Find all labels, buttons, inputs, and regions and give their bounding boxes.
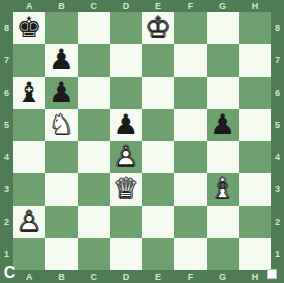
square-d1[interactable] bbox=[110, 238, 142, 270]
black-pawn[interactable]: ♟ bbox=[45, 77, 77, 109]
square-e5[interactable] bbox=[142, 109, 174, 141]
file-label: H bbox=[239, 0, 271, 12]
rank-label: 8 bbox=[0, 12, 13, 44]
rank-label: 4 bbox=[0, 141, 13, 173]
square-b3[interactable] bbox=[45, 173, 77, 205]
rank-label: 3 bbox=[271, 173, 284, 205]
square-f6[interactable] bbox=[174, 77, 206, 109]
square-a4[interactable] bbox=[13, 141, 45, 173]
square-b7[interactable]: ♟ bbox=[45, 44, 77, 76]
rank-label: 1 bbox=[271, 238, 284, 270]
square-d5[interactable]: ♟ bbox=[110, 109, 142, 141]
square-e3[interactable] bbox=[142, 173, 174, 205]
square-h4[interactable] bbox=[239, 141, 271, 173]
square-h1[interactable] bbox=[239, 238, 271, 270]
square-b1[interactable] bbox=[45, 238, 77, 270]
white-knight[interactable]: ♞♘ bbox=[45, 109, 77, 141]
white-pawn-fill: ♟ bbox=[110, 141, 142, 173]
square-f5[interactable] bbox=[174, 109, 206, 141]
white-pawn[interactable]: ♟♙ bbox=[13, 206, 45, 238]
chess-diagram: ABCDEFGH ABCDEFGH 87654321 87654321 ♚♚♔♟… bbox=[0, 0, 284, 283]
file-label: F bbox=[174, 270, 206, 283]
square-h6[interactable] bbox=[239, 77, 271, 109]
file-label: G bbox=[207, 270, 239, 283]
file-label: E bbox=[142, 0, 174, 12]
white-to-move-indicator bbox=[267, 269, 277, 279]
square-g8[interactable] bbox=[207, 12, 239, 44]
square-h2[interactable] bbox=[239, 206, 271, 238]
black-king-glyph: ♚ bbox=[13, 12, 45, 44]
file-label: D bbox=[110, 0, 142, 12]
white-queen[interactable]: ♛♕ bbox=[110, 173, 142, 205]
square-g7[interactable] bbox=[207, 44, 239, 76]
square-f3[interactable] bbox=[174, 173, 206, 205]
file-label: B bbox=[45, 0, 77, 12]
rank-label: 2 bbox=[271, 206, 284, 238]
square-f4[interactable] bbox=[174, 141, 206, 173]
black-pawn-glyph: ♟ bbox=[45, 77, 77, 109]
square-g5[interactable]: ♟ bbox=[207, 109, 239, 141]
square-a7[interactable] bbox=[13, 44, 45, 76]
square-g1[interactable] bbox=[207, 238, 239, 270]
rank-labels-left: 87654321 bbox=[0, 12, 13, 270]
square-b8[interactable] bbox=[45, 12, 77, 44]
square-g4[interactable] bbox=[207, 141, 239, 173]
square-b5[interactable]: ♞♘ bbox=[45, 109, 77, 141]
square-g6[interactable] bbox=[207, 77, 239, 109]
file-label: F bbox=[174, 0, 206, 12]
square-a8[interactable]: ♚ bbox=[13, 12, 45, 44]
square-h7[interactable] bbox=[239, 44, 271, 76]
square-a6[interactable]: ♝ bbox=[13, 77, 45, 109]
square-c1[interactable] bbox=[78, 238, 110, 270]
white-bishop-outline: ♗ bbox=[207, 173, 239, 205]
white-king[interactable]: ♚♔ bbox=[142, 12, 174, 44]
black-pawn-glyph: ♟ bbox=[110, 109, 142, 141]
file-label: B bbox=[45, 270, 77, 283]
square-h5[interactable] bbox=[239, 109, 271, 141]
rank-label: 6 bbox=[0, 77, 13, 109]
white-queen-fill: ♛ bbox=[110, 173, 142, 205]
square-c2[interactable] bbox=[78, 206, 110, 238]
square-e1[interactable] bbox=[142, 238, 174, 270]
black-pawn[interactable]: ♟ bbox=[207, 109, 239, 141]
white-queen-outline: ♕ bbox=[110, 173, 142, 205]
square-h3[interactable] bbox=[239, 173, 271, 205]
rank-labels-right: 87654321 bbox=[271, 12, 284, 270]
square-a5[interactable] bbox=[13, 109, 45, 141]
rank-label: 5 bbox=[0, 109, 13, 141]
white-bishop[interactable]: ♝♗ bbox=[207, 173, 239, 205]
square-c3[interactable] bbox=[78, 173, 110, 205]
square-b4[interactable] bbox=[45, 141, 77, 173]
square-f1[interactable] bbox=[174, 238, 206, 270]
black-king[interactable]: ♚ bbox=[13, 12, 45, 44]
square-d8[interactable] bbox=[110, 12, 142, 44]
white-pawn-outline: ♙ bbox=[13, 206, 45, 238]
file-label: G bbox=[207, 0, 239, 12]
square-d4[interactable]: ♟♙ bbox=[110, 141, 142, 173]
square-c7[interactable] bbox=[78, 44, 110, 76]
square-e2[interactable] bbox=[142, 206, 174, 238]
white-pawn[interactable]: ♟♙ bbox=[110, 141, 142, 173]
square-c6[interactable] bbox=[78, 77, 110, 109]
square-g2[interactable] bbox=[207, 206, 239, 238]
white-pawn-fill: ♟ bbox=[13, 206, 45, 238]
file-label: D bbox=[110, 270, 142, 283]
chess-board: ♚♚♔♟♝♟♞♘♟♟♟♙♛♕♝♗♟♙ bbox=[13, 12, 271, 270]
square-c5[interactable] bbox=[78, 109, 110, 141]
square-a3[interactable] bbox=[13, 173, 45, 205]
square-e8[interactable]: ♚♔ bbox=[142, 12, 174, 44]
white-knight-outline: ♘ bbox=[45, 109, 77, 141]
square-e6[interactable] bbox=[142, 77, 174, 109]
white-king-fill: ♚ bbox=[142, 12, 174, 44]
rank-label: 6 bbox=[271, 77, 284, 109]
rank-label: 8 bbox=[271, 12, 284, 44]
black-bishop-glyph: ♝ bbox=[13, 77, 45, 109]
square-f2[interactable] bbox=[174, 206, 206, 238]
square-d2[interactable] bbox=[110, 206, 142, 238]
black-pawn[interactable]: ♟ bbox=[45, 44, 77, 76]
square-h8[interactable] bbox=[239, 12, 271, 44]
rank-label: 2 bbox=[0, 206, 13, 238]
file-labels-top: ABCDEFGH bbox=[13, 0, 271, 12]
rank-label: 7 bbox=[0, 44, 13, 76]
square-d7[interactable] bbox=[110, 44, 142, 76]
white-pawn-outline: ♙ bbox=[110, 141, 142, 173]
square-e7[interactable] bbox=[142, 44, 174, 76]
white-knight-fill: ♞ bbox=[45, 109, 77, 141]
site-logo: C bbox=[1, 264, 18, 282]
square-d3[interactable]: ♛♕ bbox=[110, 173, 142, 205]
file-label: E bbox=[142, 270, 174, 283]
square-f8[interactable] bbox=[174, 12, 206, 44]
rank-label: 3 bbox=[0, 173, 13, 205]
black-pawn-glyph: ♟ bbox=[45, 44, 77, 76]
rank-label: 7 bbox=[271, 44, 284, 76]
file-label: A bbox=[13, 0, 45, 12]
white-king-outline: ♔ bbox=[142, 12, 174, 44]
square-f7[interactable] bbox=[174, 44, 206, 76]
square-e4[interactable] bbox=[142, 141, 174, 173]
file-label: C bbox=[78, 270, 110, 283]
black-pawn-glyph: ♟ bbox=[207, 109, 239, 141]
rank-label: 5 bbox=[271, 109, 284, 141]
square-a2[interactable]: ♟♙ bbox=[13, 206, 45, 238]
square-c8[interactable] bbox=[78, 12, 110, 44]
black-bishop[interactable]: ♝ bbox=[13, 77, 45, 109]
square-g3[interactable]: ♝♗ bbox=[207, 173, 239, 205]
square-b6[interactable]: ♟ bbox=[45, 77, 77, 109]
file-label: C bbox=[78, 0, 110, 12]
square-c4[interactable] bbox=[78, 141, 110, 173]
black-pawn[interactable]: ♟ bbox=[110, 109, 142, 141]
rank-label: 4 bbox=[271, 141, 284, 173]
white-bishop-fill: ♝ bbox=[207, 173, 239, 205]
square-b2[interactable] bbox=[45, 206, 77, 238]
square-d6[interactable] bbox=[110, 77, 142, 109]
file-labels-bottom: ABCDEFGH bbox=[13, 270, 271, 283]
